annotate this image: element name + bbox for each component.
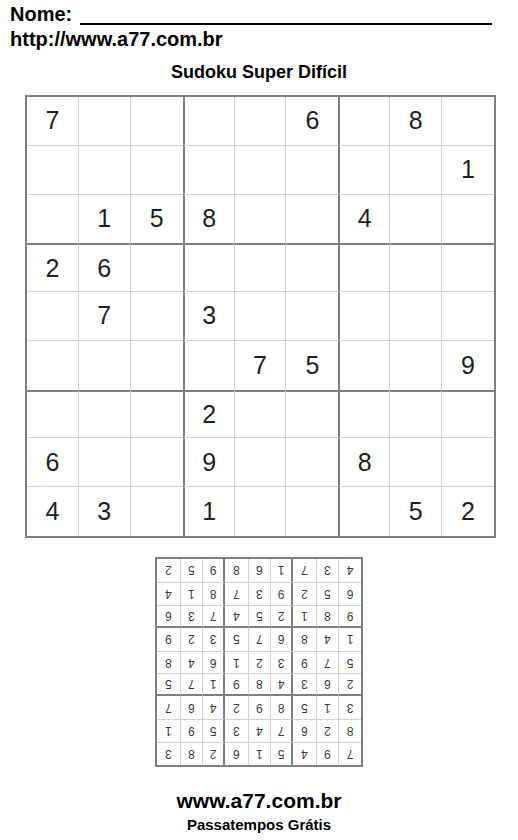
solution-cell-r7c2: 8 [316, 605, 339, 628]
solution-cell-r6c2: 4 [316, 628, 339, 651]
solution-cell-r7c4: 2 [270, 605, 293, 628]
solution-cell-r9c2: 3 [316, 559, 339, 582]
solution-cell-r5c2: 7 [316, 651, 339, 674]
puzzle-cell-r4c8[interactable] [390, 243, 442, 292]
solution-grid: 7945162838267435913158924672634891755793… [155, 557, 363, 767]
puzzle-cell-r2c6[interactable] [286, 146, 338, 195]
puzzle-cell-r8c8[interactable] [390, 438, 442, 487]
puzzle-cell-r8c7[interactable]: 8 [338, 438, 390, 487]
puzzle-cell-r3c7[interactable]: 4 [338, 195, 390, 244]
solution-cell-r3c5: 9 [248, 696, 271, 719]
puzzle-cell-r5c1[interactable] [27, 292, 79, 341]
puzzle-cell-r4c9[interactable] [442, 243, 494, 292]
puzzle-cell-r9c2[interactable]: 3 [79, 487, 131, 536]
solution-cell-r3c7: 4 [202, 696, 225, 719]
puzzle-cell-r7c6[interactable] [286, 390, 338, 439]
solution-cell-r3c4: 8 [270, 696, 293, 719]
puzzle-cell-r2c4[interactable] [183, 146, 235, 195]
solution-cell-r5c3: 9 [293, 651, 316, 674]
puzzle-cell-r8c9[interactable] [442, 438, 494, 487]
puzzle-cell-r2c7[interactable] [338, 146, 390, 195]
solution-cell-r2c3: 6 [293, 719, 316, 742]
solution-cell-r2c1: 8 [338, 719, 361, 742]
solution-cell-r5c9: 8 [157, 651, 180, 674]
puzzle-cell-r4c6[interactable] [286, 243, 338, 292]
puzzle-cell-r2c5[interactable] [235, 146, 287, 195]
solution-cell-r6c3: 8 [293, 628, 316, 651]
solution-cell-r8c2: 5 [316, 582, 339, 605]
puzzle-cell-r3c9[interactable] [442, 195, 494, 244]
puzzle-cell-r4c7[interactable] [338, 243, 390, 292]
puzzle-cell-r3c2[interactable]: 1 [79, 195, 131, 244]
puzzle-cell-r4c3[interactable] [131, 243, 183, 292]
name-label: Nome: [10, 3, 72, 25]
name-row: Nome: [10, 3, 492, 25]
solution-cell-r8c5: 3 [248, 582, 271, 605]
puzzle-cell-r5c9[interactable] [442, 292, 494, 341]
name-fill-line [80, 3, 492, 25]
puzzle-cell-r2c3[interactable] [131, 146, 183, 195]
solution-cell-r4c3: 3 [293, 673, 316, 696]
solution-cell-r3c8: 6 [180, 696, 203, 719]
puzzle-cell-r4c2[interactable]: 6 [79, 243, 131, 292]
solution-cell-r4c8: 7 [180, 673, 203, 696]
puzzle-grid: 768115842673759269843152 [25, 95, 496, 538]
solution-cell-r5c6: 1 [225, 651, 248, 674]
puzzle-cell-r7c2[interactable] [79, 390, 131, 439]
puzzle-cell-r3c1[interactable] [27, 195, 79, 244]
solution-cell-r1c8: 8 [180, 742, 203, 765]
puzzle-cell-r6c3[interactable] [131, 341, 183, 390]
solution-cell-r3c3: 5 [293, 696, 316, 719]
puzzle-cell-r1c7[interactable] [338, 97, 390, 146]
puzzle-cell-r7c7[interactable] [338, 390, 390, 439]
solution-cell-r8c4: 9 [270, 582, 293, 605]
puzzle-cell-r1c8[interactable]: 8 [390, 97, 442, 146]
puzzle-cell-r5c2[interactable]: 7 [79, 292, 131, 341]
puzzle-cell-r6c6[interactable]: 5 [286, 341, 338, 390]
solution-cell-r1c4: 5 [270, 742, 293, 765]
puzzle-cell-r6c7[interactable] [338, 341, 390, 390]
puzzle-cell-r2c8[interactable] [390, 146, 442, 195]
puzzle-cell-r9c9[interactable]: 2 [442, 487, 494, 536]
solution-cell-r9c5: 6 [248, 559, 271, 582]
solution-cell-r3c9: 7 [157, 696, 180, 719]
solution-cell-r1c5: 1 [248, 742, 271, 765]
solution-cell-r7c8: 3 [180, 605, 203, 628]
puzzle-cell-r7c8[interactable] [390, 390, 442, 439]
puzzle-cell-r6c9[interactable]: 9 [442, 341, 494, 390]
puzzle-cell-r9c1[interactable]: 4 [27, 487, 79, 536]
solution-cell-r5c1: 5 [338, 651, 361, 674]
puzzle-cell-r1c4[interactable] [183, 97, 235, 146]
solution-cell-r2c5: 4 [248, 719, 271, 742]
solution-cell-r4c4: 4 [270, 673, 293, 696]
puzzle-cell-r8c6[interactable] [286, 438, 338, 487]
puzzle-cell-r4c4[interactable] [183, 243, 235, 292]
puzzle-cell-r9c6[interactable] [286, 487, 338, 536]
puzzle-cell-r1c5[interactable] [235, 97, 287, 146]
solution-cell-r1c3: 4 [293, 742, 316, 765]
solution-cell-r7c6: 4 [225, 605, 248, 628]
solution-cell-r4c1: 2 [338, 673, 361, 696]
puzzle-cell-r3c6[interactable] [286, 195, 338, 244]
puzzle-cell-r1c3[interactable] [131, 97, 183, 146]
puzzle-cell-r8c5[interactable] [235, 438, 287, 487]
puzzle-cell-r6c4[interactable] [183, 341, 235, 390]
puzzle-cell-r5c3[interactable] [131, 292, 183, 341]
site-url: http://www.a77.com.br [10, 28, 223, 51]
puzzle-cell-r4c5[interactable] [235, 243, 287, 292]
solution-cell-r4c7: 1 [202, 673, 225, 696]
puzzle-cell-r6c1[interactable] [27, 341, 79, 390]
solution-cell-r1c1: 7 [338, 742, 361, 765]
solution-cell-r1c2: 9 [316, 742, 339, 765]
solution-cell-r2c7: 5 [202, 719, 225, 742]
solution-cell-r6c8: 2 [180, 628, 203, 651]
puzzle-cell-r6c8[interactable] [390, 341, 442, 390]
puzzle-cell-r1c6[interactable]: 6 [286, 97, 338, 146]
solution-cell-r6c9: 9 [157, 628, 180, 651]
solution-cell-r9c6: 8 [225, 559, 248, 582]
solution-cell-r6c5: 7 [248, 628, 271, 651]
solution-cell-r8c7: 8 [202, 582, 225, 605]
solution-cell-r7c5: 5 [248, 605, 271, 628]
puzzle-cell-r9c5[interactable] [235, 487, 287, 536]
puzzle-cell-r1c1[interactable]: 7 [27, 97, 79, 146]
puzzle-cell-r7c1[interactable] [27, 390, 79, 439]
puzzle-cell-r8c3[interactable] [131, 438, 183, 487]
solution-cell-r8c6: 7 [225, 582, 248, 605]
puzzle-cell-r6c5[interactable]: 7 [235, 341, 287, 390]
puzzle-cell-r7c9[interactable] [442, 390, 494, 439]
puzzle-cell-r5c6[interactable] [286, 292, 338, 341]
solution-cell-r8c3: 2 [293, 582, 316, 605]
solution-cell-r9c4: 1 [270, 559, 293, 582]
puzzle-cell-r9c7[interactable] [338, 487, 390, 536]
puzzle-cell-r1c9[interactable] [442, 97, 494, 146]
solution-cell-r5c4: 3 [270, 651, 293, 674]
solution-cell-r2c4: 7 [270, 719, 293, 742]
puzzle-cell-r3c3[interactable]: 5 [131, 195, 183, 244]
solution-cell-r6c1: 1 [338, 628, 361, 651]
puzzle-cell-r8c4[interactable]: 9 [183, 438, 235, 487]
puzzle-cell-r8c2[interactable] [79, 438, 131, 487]
solution-cell-r9c9: 2 [157, 559, 180, 582]
solution-cell-r3c1: 3 [338, 696, 361, 719]
puzzle-cell-r3c5[interactable] [235, 195, 287, 244]
puzzle-cell-r3c8[interactable] [390, 195, 442, 244]
puzzle-cell-r5c8[interactable] [390, 292, 442, 341]
solution-cell-r6c6: 5 [225, 628, 248, 651]
footer-tagline: Passatempos Grátis [0, 816, 518, 833]
footer-site: www.a77.com.br [0, 789, 518, 813]
solution-cell-r7c7: 7 [202, 605, 225, 628]
puzzle-cell-r2c9[interactable]: 1 [442, 146, 494, 195]
solution-cell-r7c9: 6 [157, 605, 180, 628]
solution-cell-r4c9: 5 [157, 673, 180, 696]
puzzle-cell-r4c1[interactable]: 2 [27, 243, 79, 292]
solution-cell-r4c2: 6 [316, 673, 339, 696]
solution-cell-r9c3: 7 [293, 559, 316, 582]
puzzle-cell-r6c2[interactable] [79, 341, 131, 390]
solution-cell-r1c9: 3 [157, 742, 180, 765]
puzzle-cell-r5c7[interactable] [338, 292, 390, 341]
solution-cell-r6c7: 3 [202, 628, 225, 651]
solution-cell-r3c6: 2 [225, 696, 248, 719]
puzzle-cell-r1c2[interactable] [79, 97, 131, 146]
solution-cell-r5c8: 4 [180, 651, 203, 674]
puzzle-cell-r7c4[interactable]: 2 [183, 390, 235, 439]
puzzle-cell-r9c3[interactable] [131, 487, 183, 536]
puzzle-cell-r9c8[interactable]: 5 [390, 487, 442, 536]
solution-cell-r2c9: 1 [157, 719, 180, 742]
puzzle-cell-r9c4[interactable]: 1 [183, 487, 235, 536]
puzzle-cell-r5c4[interactable]: 3 [183, 292, 235, 341]
solution-cell-r5c5: 2 [248, 651, 271, 674]
solution-cell-r7c3: 1 [293, 605, 316, 628]
solution-cell-r4c5: 8 [248, 673, 271, 696]
solution-cell-r1c6: 6 [225, 742, 248, 765]
puzzle-cell-r7c3[interactable] [131, 390, 183, 439]
solution-cell-r9c8: 5 [180, 559, 203, 582]
solution-cell-r9c7: 9 [202, 559, 225, 582]
solution-cell-r2c2: 2 [316, 719, 339, 742]
solution-cell-r3c2: 1 [316, 696, 339, 719]
worksheet-page: Nome: http://www.a77.com.br Sudoku Super… [0, 0, 518, 840]
puzzle-cell-r7c5[interactable] [235, 390, 287, 439]
puzzle-cell-r8c1[interactable]: 6 [27, 438, 79, 487]
solution-cell-r5c7: 6 [202, 651, 225, 674]
solution-cell-r8c1: 6 [338, 582, 361, 605]
solution-cell-r8c8: 1 [180, 582, 203, 605]
solution-cell-r8c9: 4 [157, 582, 180, 605]
puzzle-cell-r2c1[interactable] [27, 146, 79, 195]
solution-cell-r9c1: 4 [338, 559, 361, 582]
solution-cell-r1c7: 2 [202, 742, 225, 765]
page-title: Sudoku Super Difícil [0, 62, 518, 83]
puzzle-cell-r3c4[interactable]: 8 [183, 195, 235, 244]
puzzle-cell-r5c5[interactable] [235, 292, 287, 341]
solution-cell-r7c1: 9 [338, 605, 361, 628]
puzzle-cell-r2c2[interactable] [79, 146, 131, 195]
solution-cell-r2c8: 9 [180, 719, 203, 742]
solution-cell-r4c6: 9 [225, 673, 248, 696]
solution-cell-r6c4: 6 [270, 628, 293, 651]
solution-cell-r2c6: 3 [225, 719, 248, 742]
